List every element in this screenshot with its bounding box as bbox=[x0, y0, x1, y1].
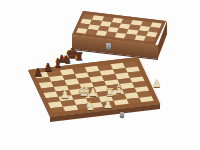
product-photo-stage: ♟♟♝♟♞♚♜♟♚♟♜♝♞♟♟ bbox=[0, 0, 200, 150]
board-clasp bbox=[120, 112, 124, 118]
box-square bbox=[144, 36, 156, 42]
box-clasp bbox=[106, 43, 111, 50]
light-pawn: ♟ bbox=[153, 79, 162, 89]
board-square bbox=[139, 96, 154, 102]
dark-knight: ♞ bbox=[62, 54, 72, 65]
open-board-grid bbox=[34, 61, 154, 112]
dark-pawn: ♟ bbox=[58, 54, 67, 64]
dark-rook: ♜ bbox=[74, 51, 84, 62]
